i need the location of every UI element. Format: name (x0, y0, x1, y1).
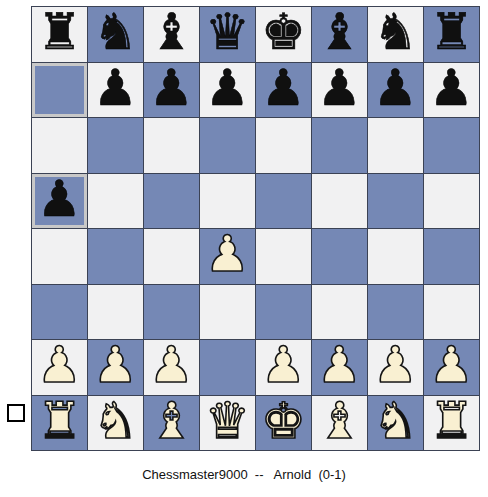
square-b5[interactable] (88, 174, 143, 229)
square-g2[interactable]: ♟ (368, 340, 423, 395)
chess-app-window: ♜♞♝♛♚♝♞♜♟♟♟♟♟♟♟♟♟♟♟♟♟♟♟♟♜♞♝♛♚♝♞♜ Chessma… (0, 0, 488, 497)
piece-black-bishop[interactable]: ♝ (149, 7, 194, 57)
square-c2[interactable]: ♟ (144, 340, 199, 395)
piece-white-pawn[interactable]: ♟ (261, 340, 306, 390)
square-h2[interactable]: ♟ (424, 340, 479, 395)
piece-black-pawn[interactable]: ♟ (149, 63, 194, 113)
piece-black-pawn[interactable]: ♟ (429, 63, 474, 113)
square-e4[interactable] (256, 229, 311, 284)
square-d3[interactable] (200, 285, 255, 340)
square-e5[interactable] (256, 174, 311, 229)
square-d1[interactable]: ♛ (200, 396, 255, 451)
square-g7[interactable]: ♟ (368, 63, 423, 118)
square-e7[interactable]: ♟ (256, 63, 311, 118)
square-g4[interactable] (368, 229, 423, 284)
piece-black-pawn[interactable]: ♟ (261, 63, 306, 113)
piece-white-pawn[interactable]: ♟ (149, 340, 194, 390)
piece-white-pawn[interactable]: ♟ (205, 229, 250, 279)
piece-black-pawn[interactable]: ♟ (373, 63, 418, 113)
square-g8[interactable]: ♞ (368, 7, 423, 62)
square-h4[interactable] (424, 229, 479, 284)
square-f8[interactable]: ♝ (312, 7, 367, 62)
square-c8[interactable]: ♝ (144, 7, 199, 62)
piece-black-knight[interactable]: ♞ (373, 7, 418, 57)
square-e3[interactable] (256, 285, 311, 340)
square-g6[interactable] (368, 118, 423, 173)
square-a5[interactable]: ♟ (32, 174, 87, 229)
piece-white-rook[interactable]: ♜ (429, 396, 474, 446)
square-b7[interactable]: ♟ (88, 63, 143, 118)
square-f6[interactable] (312, 118, 367, 173)
piece-black-king[interactable]: ♚ (261, 7, 306, 57)
white-to-move-indicator (7, 404, 25, 422)
square-h5[interactable] (424, 174, 479, 229)
square-d2[interactable] (200, 340, 255, 395)
square-h6[interactable] (424, 118, 479, 173)
square-c5[interactable] (144, 174, 199, 229)
square-b6[interactable] (88, 118, 143, 173)
square-b4[interactable] (88, 229, 143, 284)
piece-black-knight[interactable]: ♞ (93, 7, 138, 57)
chess-board: ♜♞♝♛♚♝♞♜♟♟♟♟♟♟♟♟♟♟♟♟♟♟♟♟♜♞♝♛♚♝♞♜ (31, 6, 480, 451)
square-f5[interactable] (312, 174, 367, 229)
square-c6[interactable] (144, 118, 199, 173)
piece-white-pawn[interactable]: ♟ (429, 340, 474, 390)
square-g5[interactable] (368, 174, 423, 229)
square-h1[interactable]: ♜ (424, 396, 479, 451)
square-e6[interactable] (256, 118, 311, 173)
square-d5[interactable] (200, 174, 255, 229)
piece-white-pawn[interactable]: ♟ (93, 340, 138, 390)
square-a7[interactable] (32, 63, 87, 118)
piece-white-bishop[interactable]: ♝ (149, 396, 194, 446)
square-c7[interactable]: ♟ (144, 63, 199, 118)
square-d4[interactable]: ♟ (200, 229, 255, 284)
square-a3[interactable] (32, 285, 87, 340)
square-c1[interactable]: ♝ (144, 396, 199, 451)
square-b1[interactable]: ♞ (88, 396, 143, 451)
square-e2[interactable]: ♟ (256, 340, 311, 395)
square-f2[interactable]: ♟ (312, 340, 367, 395)
square-g3[interactable] (368, 285, 423, 340)
piece-black-pawn[interactable]: ♟ (205, 63, 250, 113)
square-a8[interactable]: ♜ (32, 7, 87, 62)
square-c3[interactable] (144, 285, 199, 340)
square-a6[interactable] (32, 118, 87, 173)
square-f4[interactable] (312, 229, 367, 284)
piece-white-bishop[interactable]: ♝ (317, 396, 362, 446)
square-b3[interactable] (88, 285, 143, 340)
square-e1[interactable]: ♚ (256, 396, 311, 451)
piece-white-queen[interactable]: ♛ (205, 396, 250, 446)
piece-white-pawn[interactable]: ♟ (317, 340, 362, 390)
square-a2[interactable]: ♟ (32, 340, 87, 395)
square-a4[interactable] (32, 229, 87, 284)
square-f1[interactable]: ♝ (312, 396, 367, 451)
piece-black-pawn[interactable]: ♟ (93, 63, 138, 113)
piece-white-knight[interactable]: ♞ (93, 396, 138, 446)
square-h7[interactable]: ♟ (424, 63, 479, 118)
square-h8[interactable]: ♜ (424, 7, 479, 62)
square-c4[interactable] (144, 229, 199, 284)
piece-white-rook[interactable]: ♜ (37, 396, 82, 446)
piece-black-rook[interactable]: ♜ (429, 7, 474, 57)
piece-black-pawn[interactable]: ♟ (37, 174, 82, 224)
game-caption: Chessmaster9000 -- Arnold (0-1) (0, 467, 488, 482)
piece-white-pawn[interactable]: ♟ (37, 340, 82, 390)
piece-white-knight[interactable]: ♞ (373, 396, 418, 446)
square-a1[interactable]: ♜ (32, 396, 87, 451)
square-h3[interactable] (424, 285, 479, 340)
piece-black-pawn[interactable]: ♟ (317, 63, 362, 113)
square-f7[interactable]: ♟ (312, 63, 367, 118)
square-d8[interactable]: ♛ (200, 7, 255, 62)
square-f3[interactable] (312, 285, 367, 340)
piece-black-queen[interactable]: ♛ (205, 7, 250, 57)
square-d7[interactable]: ♟ (200, 63, 255, 118)
square-d6[interactable] (200, 118, 255, 173)
square-g1[interactable]: ♞ (368, 396, 423, 451)
piece-black-rook[interactable]: ♜ (37, 7, 82, 57)
square-b8[interactable]: ♞ (88, 7, 143, 62)
piece-black-bishop[interactable]: ♝ (317, 7, 362, 57)
square-e8[interactable]: ♚ (256, 7, 311, 62)
piece-white-king[interactable]: ♚ (261, 396, 306, 446)
piece-white-pawn[interactable]: ♟ (373, 340, 418, 390)
square-b2[interactable]: ♟ (88, 340, 143, 395)
